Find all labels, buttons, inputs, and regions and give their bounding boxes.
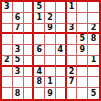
cell-r5c2[interactable]: 3: [13, 45, 24, 56]
cell-r2c1[interactable]: [2, 13, 13, 24]
cell-r1c4[interactable]: 5: [34, 2, 45, 13]
cell-r9c6[interactable]: [56, 88, 67, 99]
cell-r3c8[interactable]: [77, 24, 88, 35]
cell-r6c1[interactable]: 2: [2, 56, 13, 67]
cell-r5c6[interactable]: 4: [56, 45, 67, 56]
cell-r1c5[interactable]: [45, 2, 56, 13]
cell-r6c2[interactable]: 5: [13, 56, 24, 67]
cell-r1c1[interactable]: 3: [2, 2, 13, 13]
cell-r5c7[interactable]: [67, 45, 78, 56]
cell-r9c3[interactable]: [24, 88, 35, 99]
cell-r2c6[interactable]: [56, 13, 67, 24]
cell-r3c9[interactable]: 2: [88, 24, 99, 35]
cell-r3c3[interactable]: [24, 24, 35, 35]
cell-r4c7[interactable]: [67, 34, 78, 45]
cell-r8c2[interactable]: [13, 77, 24, 88]
cell-r9c2[interactable]: 8: [13, 88, 24, 99]
cell-r1c3[interactable]: [24, 2, 35, 13]
cell-r8c1[interactable]: [2, 77, 13, 88]
cell-r3c6[interactable]: [56, 24, 67, 35]
cell-r5c5[interactable]: [45, 45, 56, 56]
cell-r4c3[interactable]: [24, 34, 35, 45]
cell-r7c5[interactable]: [45, 67, 56, 78]
cell-r4c5[interactable]: [45, 34, 56, 45]
cell-r2c3[interactable]: [24, 13, 35, 24]
cell-r8c9[interactable]: [88, 77, 99, 88]
cell-r5c8[interactable]: 9: [77, 45, 88, 56]
cell-r6c3[interactable]: [24, 56, 35, 67]
cell-r8c7[interactable]: 7: [67, 77, 78, 88]
cell-r1c2[interactable]: [13, 2, 24, 13]
cell-r7c9[interactable]: [88, 67, 99, 78]
cell-r7c8[interactable]: [77, 67, 88, 78]
cell-r2c4[interactable]: 1: [34, 13, 45, 24]
cell-r6c5[interactable]: [45, 56, 56, 67]
cell-r1c8[interactable]: [77, 2, 88, 13]
cell-r7c7[interactable]: 2: [67, 67, 78, 78]
cell-r3c5[interactable]: 9: [45, 24, 56, 35]
cell-r9c5[interactable]: 9: [45, 88, 56, 99]
cell-r9c7[interactable]: [67, 88, 78, 99]
cell-r9c9[interactable]: 5: [88, 88, 99, 99]
cell-r6c4[interactable]: [34, 56, 45, 67]
cell-r4c6[interactable]: [56, 34, 67, 45]
cell-r9c8[interactable]: [77, 88, 88, 99]
cell-r8c6[interactable]: [56, 77, 67, 88]
cell-r5c1[interactable]: [2, 45, 13, 56]
cell-r9c4[interactable]: [34, 88, 45, 99]
cell-r2c2[interactable]: 6: [13, 13, 24, 24]
cell-r3c1[interactable]: [2, 24, 13, 35]
cell-r6c6[interactable]: [56, 56, 67, 67]
cell-r7c6[interactable]: [56, 67, 67, 78]
sudoku-board: 3516127932583649251342817895: [0, 0, 101, 101]
cell-r5c9[interactable]: [88, 45, 99, 56]
cell-r6c8[interactable]: [77, 56, 88, 67]
cell-r7c2[interactable]: 3: [13, 67, 24, 78]
cell-r8c5[interactable]: 1: [45, 77, 56, 88]
cell-r2c7[interactable]: [67, 13, 78, 24]
cell-r8c3[interactable]: [24, 77, 35, 88]
cell-r7c3[interactable]: [24, 67, 35, 78]
cell-r2c5[interactable]: 2: [45, 13, 56, 24]
cell-r4c1[interactable]: [2, 34, 13, 45]
cell-r1c9[interactable]: [88, 2, 99, 13]
cell-r3c7[interactable]: 3: [67, 24, 78, 35]
cell-r8c4[interactable]: 8: [34, 77, 45, 88]
cell-r7c4[interactable]: 4: [34, 67, 45, 78]
cell-r4c2[interactable]: [13, 34, 24, 45]
cell-r4c8[interactable]: 5: [77, 34, 88, 45]
cell-r9c1[interactable]: [2, 88, 13, 99]
cell-r8c8[interactable]: [77, 77, 88, 88]
cell-r2c8[interactable]: [77, 13, 88, 24]
cell-r4c9[interactable]: 8: [88, 34, 99, 45]
cell-r6c7[interactable]: [67, 56, 78, 67]
cell-r1c7[interactable]: 1: [67, 2, 78, 13]
cell-r4c4[interactable]: [34, 34, 45, 45]
cell-r3c4[interactable]: [34, 24, 45, 35]
cell-r5c3[interactable]: [24, 45, 35, 56]
cell-r6c9[interactable]: 1: [88, 56, 99, 67]
cell-r5c4[interactable]: 6: [34, 45, 45, 56]
cell-r3c2[interactable]: 7: [13, 24, 24, 35]
cell-r1c6[interactable]: [56, 2, 67, 13]
cell-r2c9[interactable]: [88, 13, 99, 24]
cell-r7c1[interactable]: [2, 67, 13, 78]
